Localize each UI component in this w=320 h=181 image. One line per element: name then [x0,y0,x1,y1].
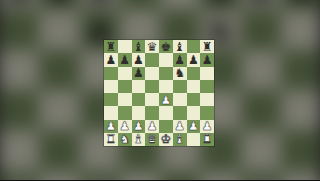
square-b6 [118,67,132,80]
white-bishop-piece: ♝ [173,133,187,146]
square-a6 [0,10,39,50]
square-b5 [39,50,79,90]
square-b7: ♟ [118,53,132,66]
square-f1: ♝ [173,133,187,146]
square-c3 [132,106,146,119]
black-pawn-piece: ♟ [118,53,132,66]
black-king-piece: ♚ [159,40,173,53]
square-g8 [187,40,201,53]
square-h2: ♟ [200,120,214,133]
square-e2 [159,120,173,133]
square-c7: ♟ [80,0,120,10]
square-g6 [187,67,201,80]
square-a3 [104,106,118,119]
black-pawn-piece: ♟ [132,67,146,80]
square-e5 [159,80,173,93]
square-a6 [104,67,118,80]
white-pawn-piece: ♟ [145,120,159,133]
black-pawn-piece: ♟ [80,0,120,10]
chess-board: ♜♝♛♚♝♜♟♟♟♟♟♟♟♞♟♟♟♟♟♟♟♟♜♞♝♛♚♝♜ [104,40,214,146]
white-pawn-piece: ♟ [104,120,118,133]
square-h5 [281,50,320,90]
square-g3 [187,106,201,119]
square-b3 [118,106,132,119]
square-c6: ♟ [132,67,146,80]
black-pawn-piece: ♟ [241,0,281,10]
square-d8: ♛ [145,40,159,53]
white-pawn-piece: ♟ [132,120,146,133]
white-bishop-piece: ♝ [132,133,146,146]
square-e3 [159,106,173,119]
black-bishop-piece: ♝ [132,40,146,53]
square-b7: ♟ [39,0,79,10]
square-c7: ♟ [132,53,146,66]
square-f7: ♟ [200,0,240,10]
black-pawn-piece: ♟ [132,53,146,66]
square-d2: ♟ [145,120,159,133]
square-b4 [118,93,132,106]
square-h7: ♟ [281,0,320,10]
square-a4 [0,90,39,130]
square-e1: ♚ [159,133,173,146]
square-d4 [145,93,159,106]
white-knight-piece: ♞ [118,133,132,146]
square-d6 [145,67,159,80]
square-h1: ♜ [200,133,214,146]
square-e8: ♚ [159,40,173,53]
square-c8: ♝ [132,40,146,53]
square-a8: ♜ [104,40,118,53]
square-b4 [39,90,79,130]
square-g2: ♟ [241,171,281,181]
square-h5 [200,80,214,93]
square-d7 [120,0,160,10]
square-g3 [241,130,281,170]
square-e6 [159,67,173,80]
square-g4 [187,93,201,106]
square-a4 [104,93,118,106]
square-b6 [39,10,79,50]
square-h4 [281,90,320,130]
square-e7 [159,53,173,66]
black-knight-piece: ♞ [173,67,187,80]
white-pawn-piece: ♟ [200,120,214,133]
white-pawn-piece: ♟ [187,120,201,133]
black-pawn-piece: ♟ [200,0,240,10]
square-f4 [173,93,187,106]
square-h3 [200,106,214,119]
white-pawn-piece: ♟ [241,171,281,181]
square-c2: ♟ [80,171,120,181]
square-h6 [281,10,320,50]
square-g7: ♟ [241,0,281,10]
square-c2: ♟ [132,120,146,133]
white-pawn-piece: ♟ [39,171,79,181]
white-pawn-piece: ♟ [80,171,120,181]
square-b3 [39,130,79,170]
white-king-piece: ♚ [159,133,173,146]
square-h3 [281,130,320,170]
square-c5 [132,80,146,93]
white-rook-piece: ♜ [104,133,118,146]
square-g2: ♟ [187,120,201,133]
square-h4 [200,93,214,106]
square-f5 [173,80,187,93]
black-pawn-piece: ♟ [173,53,187,66]
black-queen-piece: ♛ [145,40,159,53]
white-pawn-piece: ♟ [120,171,160,181]
square-d7 [145,53,159,66]
white-pawn-piece: ♟ [173,120,187,133]
square-f2: ♟ [200,171,240,181]
white-pawn-piece: ♟ [0,171,39,181]
square-d5 [145,80,159,93]
square-g4 [241,90,281,130]
white-pawn-piece: ♟ [200,171,240,181]
square-g5 [187,80,201,93]
square-b2: ♟ [39,171,79,181]
black-pawn-piece: ♟ [200,53,214,66]
white-queen-piece: ♛ [145,133,159,146]
square-g7: ♟ [187,53,201,66]
square-e4: ♟ [159,93,173,106]
square-a1: ♜ [104,133,118,146]
square-a5 [104,80,118,93]
square-h8: ♜ [200,40,214,53]
square-f6: ♞ [173,67,187,80]
square-e2 [160,171,200,181]
square-a7: ♟ [0,0,39,10]
white-pawn-piece: ♟ [159,93,173,106]
square-b5 [118,80,132,93]
square-d2: ♟ [120,171,160,181]
black-pawn-piece: ♟ [281,0,320,10]
white-pawn-piece: ♟ [281,171,320,181]
square-b2: ♟ [118,120,132,133]
square-a7: ♟ [104,53,118,66]
black-pawn-piece: ♟ [187,53,201,66]
square-b8 [118,40,132,53]
square-a2: ♟ [104,120,118,133]
square-f8: ♝ [173,40,187,53]
square-d1: ♛ [145,133,159,146]
white-pawn-piece: ♟ [118,120,132,133]
black-rook-piece: ♜ [104,40,118,53]
square-f2: ♟ [173,120,187,133]
black-bishop-piece: ♝ [173,40,187,53]
square-a3 [0,130,39,170]
square-a5 [0,50,39,90]
square-h6 [200,67,214,80]
square-e7 [160,0,200,10]
square-c1: ♝ [132,133,146,146]
video-content: ♜♝♛♚♝♜♟♟♟♟♟♟♟♞♟♟♟♟♟♟♟♟♜♞♝♛♚♝♜ [104,40,214,146]
square-g5 [241,50,281,90]
black-rook-piece: ♜ [200,40,214,53]
square-h2: ♟ [281,171,320,181]
square-f3 [173,106,187,119]
black-pawn-piece: ♟ [0,0,39,10]
square-a2: ♟ [0,171,39,181]
black-pawn-piece: ♟ [39,0,79,10]
square-g1 [187,133,201,146]
square-d3 [145,106,159,119]
square-h7: ♟ [200,53,214,66]
square-c4 [132,93,146,106]
black-pawn-piece: ♟ [104,53,118,66]
square-f7: ♟ [173,53,187,66]
shorts-video-frame[interactable]: ♜♝♛♚♝♜♟♟♟♟♟♟♟♞♟♟♟♟♟♟♟♟♜♞♝♛♚♝♜ ♜♝♛♚♝♜♟♟♟♟… [0,0,320,180]
square-g6 [241,10,281,50]
square-b1: ♞ [118,133,132,146]
white-rook-piece: ♜ [200,133,214,146]
